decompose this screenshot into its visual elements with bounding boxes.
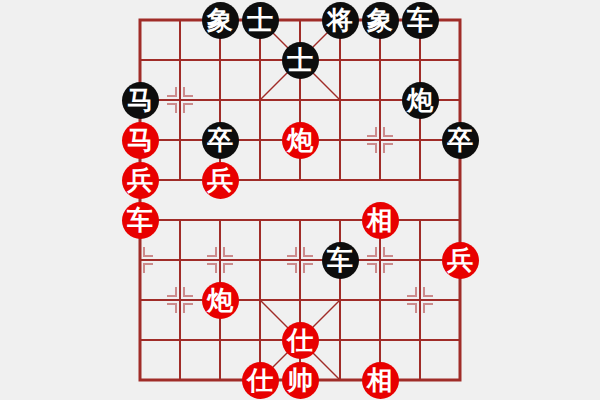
piece-red-soldier[interactable]: 兵 [122, 162, 159, 199]
piece-black-chariot[interactable]: 车 [402, 2, 439, 39]
piece-black-elephant[interactable]: 象 [202, 2, 239, 39]
piece-red-advisor[interactable]: 仕 [282, 322, 319, 359]
piece-red-soldier[interactable]: 兵 [202, 162, 239, 199]
piece-black-horse[interactable]: 马 [122, 82, 159, 119]
piece-black-soldier[interactable]: 卒 [202, 122, 239, 159]
piece-red-chariot[interactable]: 车 [122, 202, 159, 239]
piece-black-chariot[interactable]: 车 [322, 242, 359, 279]
piece-black-elephant[interactable]: 象 [362, 2, 399, 39]
piece-red-advisor[interactable]: 仕 [242, 362, 279, 399]
piece-black-advisor[interactable]: 士 [282, 42, 319, 79]
piece-black-advisor[interactable]: 士 [242, 2, 279, 39]
piece-black-soldier[interactable]: 卒 [442, 122, 479, 159]
piece-red-soldier[interactable]: 兵 [442, 242, 479, 279]
piece-black-general[interactable]: 将 [322, 2, 359, 39]
piece-red-horse[interactable]: 马 [122, 122, 159, 159]
pieces-layer: 象士将象车士马炮马卒炮卒兵兵车相车兵炮仕仕帅相 [120, 0, 480, 400]
piece-red-elephant[interactable]: 相 [362, 202, 399, 239]
piece-red-elephant[interactable]: 相 [362, 362, 399, 399]
xiangqi-app-screen: 象士将象车士马炮马卒炮卒兵兵车相车兵炮仕仕帅相 [0, 0, 600, 400]
piece-red-cannon[interactable]: 炮 [282, 122, 319, 159]
piece-black-cannon[interactable]: 炮 [402, 82, 439, 119]
piece-red-cannon[interactable]: 炮 [202, 282, 239, 319]
piece-red-general[interactable]: 帅 [282, 362, 319, 399]
